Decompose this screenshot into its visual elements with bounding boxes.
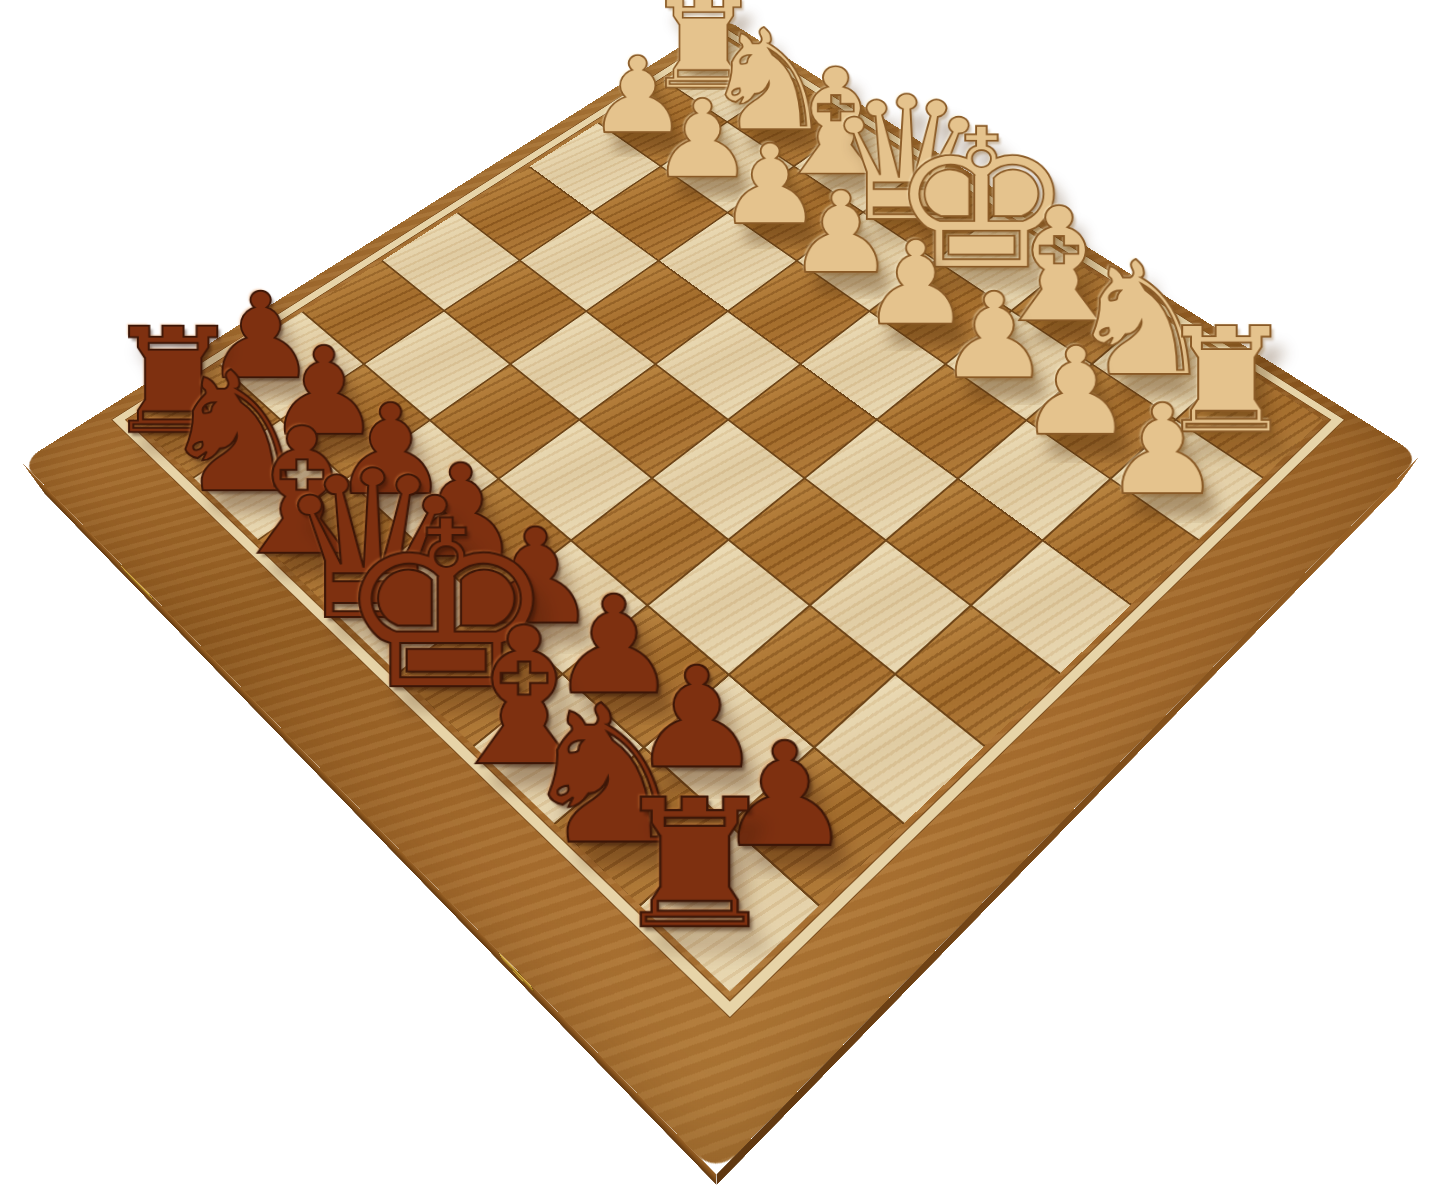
folding-chess-box: ♜♞♝♛♚♝♞♜♟♟♟♟♟♟♟♟♟♟♟♟♟♟♟♟♜♞♝♛♚♝♞♜	[22, 19, 1420, 1175]
brass-clasp	[498, 952, 535, 994]
brass-hinge	[118, 562, 157, 605]
piece-black-pawn-h7[interactable]: ♟	[1103, 398, 1224, 501]
chessboard-grid: ♜♞♝♛♚♝♞♜♟♟♟♟♟♟♟♟♟♟♟♟♟♟♟♟♜♞♝♛♚♝♞♜	[133, 40, 1323, 991]
piece-white-rook-h1[interactable]: ♜	[610, 792, 781, 938]
product-photo-scene: ♜♞♝♛♚♝♞♜♟♟♟♟♟♟♟♟♟♟♟♟♟♟♟♟♜♞♝♛♚♝♞♜	[0, 0, 1445, 1193]
